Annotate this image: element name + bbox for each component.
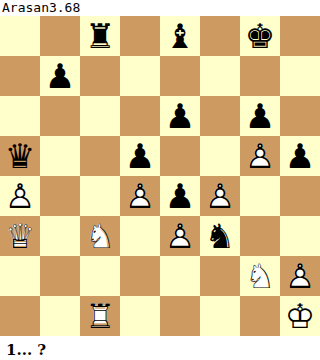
black-knight-icon: ♞ — [200, 216, 240, 256]
black-pawn-icon: ♟ — [40, 56, 80, 96]
black-bishop-icon: ♝ — [160, 16, 200, 56]
square-c7[interactable] — [80, 56, 120, 96]
square-b5[interactable] — [40, 136, 80, 176]
square-h8[interactable] — [280, 16, 320, 56]
white-queen-icon: ♛♕ — [0, 216, 40, 256]
square-d5[interactable]: ♟ — [120, 136, 160, 176]
square-e5[interactable] — [160, 136, 200, 176]
square-c6[interactable] — [80, 96, 120, 136]
white-knight-icon: ♞♘ — [240, 256, 280, 296]
square-c1[interactable]: ♜♖ — [80, 296, 120, 336]
square-f5[interactable] — [200, 136, 240, 176]
square-g3[interactable] — [240, 216, 280, 256]
square-h5[interactable]: ♟ — [280, 136, 320, 176]
square-e4[interactable]: ♟ — [160, 176, 200, 216]
white-king-icon: ♚♔ — [280, 296, 320, 336]
square-e7[interactable] — [160, 56, 200, 96]
square-g8[interactable]: ♚ — [240, 16, 280, 56]
square-e2[interactable] — [160, 256, 200, 296]
square-d6[interactable] — [120, 96, 160, 136]
white-pawn-icon: ♟♙ — [120, 176, 160, 216]
square-f3[interactable]: ♞ — [200, 216, 240, 256]
square-d8[interactable] — [120, 16, 160, 56]
square-g7[interactable] — [240, 56, 280, 96]
square-a2[interactable] — [0, 256, 40, 296]
move-prompt: 1... ? — [0, 336, 320, 360]
square-f4[interactable]: ♟♙ — [200, 176, 240, 216]
white-pawn-icon: ♟♙ — [240, 136, 280, 176]
square-e8[interactable]: ♝ — [160, 16, 200, 56]
square-g4[interactable] — [240, 176, 280, 216]
black-pawn-icon: ♟ — [280, 136, 320, 176]
square-f6[interactable] — [200, 96, 240, 136]
black-queen-icon: ♛ — [0, 136, 40, 176]
square-c5[interactable] — [80, 136, 120, 176]
square-c3[interactable]: ♞♘ — [80, 216, 120, 256]
white-pawn-icon: ♟♙ — [160, 216, 200, 256]
square-b6[interactable] — [40, 96, 80, 136]
square-c2[interactable] — [80, 256, 120, 296]
square-a8[interactable] — [0, 16, 40, 56]
square-c8[interactable]: ♜ — [80, 16, 120, 56]
square-h6[interactable] — [280, 96, 320, 136]
square-b1[interactable] — [40, 296, 80, 336]
white-pawn-icon: ♟♙ — [280, 256, 320, 296]
square-d7[interactable] — [120, 56, 160, 96]
square-c4[interactable] — [80, 176, 120, 216]
square-d3[interactable] — [120, 216, 160, 256]
black-pawn-icon: ♟ — [120, 136, 160, 176]
black-pawn-icon: ♟ — [160, 96, 200, 136]
square-d4[interactable]: ♟♙ — [120, 176, 160, 216]
square-b2[interactable] — [40, 256, 80, 296]
black-rook-icon: ♜ — [80, 16, 120, 56]
square-f1[interactable] — [200, 296, 240, 336]
window-title: Arasan3.68 — [0, 0, 320, 16]
square-a4[interactable]: ♟♙ — [0, 176, 40, 216]
square-d1[interactable] — [120, 296, 160, 336]
square-g2[interactable]: ♞♘ — [240, 256, 280, 296]
square-h7[interactable] — [280, 56, 320, 96]
square-a5[interactable]: ♛ — [0, 136, 40, 176]
square-b4[interactable] — [40, 176, 80, 216]
chess-board: ♜♝♚♟♟♟♛♟♟♙♟♟♙♟♙♟♟♙♛♕♞♘♟♙♞♞♘♟♙♜♖♚♔ — [0, 16, 320, 336]
square-f2[interactable] — [200, 256, 240, 296]
white-rook-icon: ♜♖ — [80, 296, 120, 336]
square-b7[interactable]: ♟ — [40, 56, 80, 96]
black-king-icon: ♚ — [240, 16, 280, 56]
square-h2[interactable]: ♟♙ — [280, 256, 320, 296]
square-g6[interactable]: ♟ — [240, 96, 280, 136]
square-h3[interactable] — [280, 216, 320, 256]
square-h1[interactable]: ♚♔ — [280, 296, 320, 336]
square-b3[interactable] — [40, 216, 80, 256]
square-a1[interactable] — [0, 296, 40, 336]
square-b8[interactable] — [40, 16, 80, 56]
black-pawn-icon: ♟ — [160, 176, 200, 216]
square-e3[interactable]: ♟♙ — [160, 216, 200, 256]
white-pawn-icon: ♟♙ — [0, 176, 40, 216]
square-g1[interactable] — [240, 296, 280, 336]
square-f7[interactable] — [200, 56, 240, 96]
square-f8[interactable] — [200, 16, 240, 56]
square-a7[interactable] — [0, 56, 40, 96]
black-pawn-icon: ♟ — [240, 96, 280, 136]
square-e1[interactable] — [160, 296, 200, 336]
square-d2[interactable] — [120, 256, 160, 296]
white-pawn-icon: ♟♙ — [200, 176, 240, 216]
square-a6[interactable] — [0, 96, 40, 136]
white-knight-icon: ♞♘ — [80, 216, 120, 256]
square-h4[interactable] — [280, 176, 320, 216]
square-e6[interactable]: ♟ — [160, 96, 200, 136]
square-a3[interactable]: ♛♕ — [0, 216, 40, 256]
square-g5[interactable]: ♟♙ — [240, 136, 280, 176]
